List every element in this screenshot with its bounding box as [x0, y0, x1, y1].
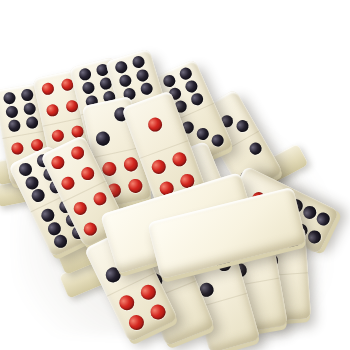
red-pip: [82, 220, 99, 237]
black-pip: [139, 81, 154, 96]
black-pip: [247, 141, 263, 157]
black-pip: [114, 60, 129, 75]
black-pip: [7, 119, 21, 133]
red-pip: [149, 158, 167, 176]
red-pip: [91, 191, 108, 208]
red-pip: [60, 174, 77, 191]
dominoes-pile-photo: [0, 0, 350, 350]
red-pip: [171, 150, 189, 168]
black-pip: [131, 55, 146, 70]
red-pip: [138, 282, 158, 302]
red-pip: [127, 178, 144, 195]
black-pip: [81, 81, 96, 96]
black-pip: [314, 211, 331, 228]
black-pip: [306, 228, 323, 245]
black-pip: [189, 91, 205, 107]
black-pip: [195, 126, 211, 142]
black-pip: [5, 105, 19, 119]
red-pip: [69, 145, 86, 162]
red-pip: [122, 156, 139, 173]
red-pip: [10, 142, 24, 156]
black-pip: [21, 88, 35, 102]
red-pip: [41, 82, 55, 96]
black-pip: [25, 116, 39, 130]
red-pip: [117, 292, 137, 312]
black-pip: [2, 91, 16, 105]
black-pip: [23, 102, 37, 116]
red-pip: [101, 160, 118, 177]
red-pip: [79, 165, 96, 182]
red-pip: [146, 115, 164, 133]
red-pip: [45, 103, 59, 117]
red-pip: [50, 154, 67, 171]
red-pip: [72, 200, 89, 217]
black-pip: [94, 131, 111, 148]
red-pip: [127, 313, 147, 333]
black-pip: [52, 233, 69, 250]
black-pip: [30, 187, 47, 204]
red-pip: [148, 302, 168, 322]
black-pip: [78, 67, 93, 82]
black-pip: [118, 73, 133, 88]
red-pip: [51, 129, 65, 143]
black-pip: [234, 117, 250, 133]
black-pip: [210, 132, 226, 148]
black-pip: [135, 68, 150, 83]
